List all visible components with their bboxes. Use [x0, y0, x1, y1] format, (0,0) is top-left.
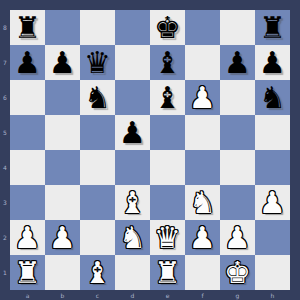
square-d4[interactable]: [115, 150, 150, 185]
piece-white-knight[interactable]: ♞: [115, 220, 150, 255]
piece-black-pawn[interactable]: ♟: [10, 45, 45, 80]
square-e5[interactable]: [150, 115, 185, 150]
rank-label-7: 7: [0, 45, 10, 80]
square-d1[interactable]: [115, 255, 150, 290]
square-g1[interactable]: ♚: [220, 255, 255, 290]
piece-black-knight[interactable]: ♞: [255, 80, 290, 115]
square-b1[interactable]: [45, 255, 80, 290]
piece-white-pawn[interactable]: ♟: [220, 220, 255, 255]
piece-white-rook[interactable]: ♜: [150, 255, 185, 290]
square-c3[interactable]: [80, 185, 115, 220]
chess-board: ♜♚♜♟♟♛♝♟♟♞♝♟♞♟♝♞♟♟♟♞♛♟♟♜♝♜♚: [10, 10, 290, 290]
square-f7[interactable]: [185, 45, 220, 80]
piece-white-rook[interactable]: ♜: [10, 255, 45, 290]
square-e7[interactable]: ♝: [150, 45, 185, 80]
square-e6[interactable]: ♝: [150, 80, 185, 115]
square-b8[interactable]: [45, 10, 80, 45]
square-h7[interactable]: ♟: [255, 45, 290, 80]
piece-white-queen[interactable]: ♛: [150, 220, 185, 255]
chess-board-frame: ♜♚♜♟♟♛♝♟♟♞♝♟♞♟♝♞♟♟♟♞♛♟♟♜♝♜♚ 87654321abcd…: [0, 0, 300, 300]
square-f2[interactable]: ♟: [185, 220, 220, 255]
piece-white-king[interactable]: ♚: [220, 255, 255, 290]
piece-black-pawn[interactable]: ♟: [220, 45, 255, 80]
square-b3[interactable]: [45, 185, 80, 220]
piece-black-bishop[interactable]: ♝: [150, 80, 185, 115]
piece-black-king[interactable]: ♚: [150, 10, 185, 45]
piece-white-pawn[interactable]: ♟: [185, 80, 220, 115]
file-label-b: b: [45, 290, 80, 300]
square-b5[interactable]: [45, 115, 80, 150]
piece-white-pawn[interactable]: ♟: [10, 220, 45, 255]
square-d7[interactable]: [115, 45, 150, 80]
square-d5[interactable]: ♟: [115, 115, 150, 150]
square-e8[interactable]: ♚: [150, 10, 185, 45]
rank-label-2: 2: [0, 220, 10, 255]
square-b2[interactable]: ♟: [45, 220, 80, 255]
square-b6[interactable]: [45, 80, 80, 115]
square-a4[interactable]: [10, 150, 45, 185]
square-c6[interactable]: ♞: [80, 80, 115, 115]
piece-black-rook[interactable]: ♜: [255, 10, 290, 45]
square-h2[interactable]: [255, 220, 290, 255]
square-a7[interactable]: ♟: [10, 45, 45, 80]
square-h1[interactable]: [255, 255, 290, 290]
file-label-d: d: [115, 290, 150, 300]
piece-white-bishop[interactable]: ♝: [80, 255, 115, 290]
file-label-h: h: [255, 290, 290, 300]
piece-white-bishop[interactable]: ♝: [115, 185, 150, 220]
square-d8[interactable]: [115, 10, 150, 45]
square-h8[interactable]: ♜: [255, 10, 290, 45]
rank-label-1: 1: [0, 255, 10, 290]
piece-black-rook[interactable]: ♜: [10, 10, 45, 45]
square-a6[interactable]: [10, 80, 45, 115]
square-g8[interactable]: [220, 10, 255, 45]
square-c5[interactable]: [80, 115, 115, 150]
piece-white-pawn[interactable]: ♟: [185, 220, 220, 255]
square-g2[interactable]: ♟: [220, 220, 255, 255]
square-f6[interactable]: ♟: [185, 80, 220, 115]
rank-label-4: 4: [0, 150, 10, 185]
square-a5[interactable]: [10, 115, 45, 150]
square-e4[interactable]: [150, 150, 185, 185]
square-c1[interactable]: ♝: [80, 255, 115, 290]
square-h6[interactable]: ♞: [255, 80, 290, 115]
square-g6[interactable]: [220, 80, 255, 115]
piece-black-knight[interactable]: ♞: [80, 80, 115, 115]
rank-label-3: 3: [0, 185, 10, 220]
square-f3[interactable]: ♞: [185, 185, 220, 220]
square-c2[interactable]: [80, 220, 115, 255]
square-e2[interactable]: ♛: [150, 220, 185, 255]
square-a1[interactable]: ♜: [10, 255, 45, 290]
piece-black-pawn[interactable]: ♟: [115, 115, 150, 150]
file-label-a: a: [10, 290, 45, 300]
square-c7[interactable]: ♛: [80, 45, 115, 80]
square-g4[interactable]: [220, 150, 255, 185]
rank-label-6: 6: [0, 80, 10, 115]
square-e3[interactable]: [150, 185, 185, 220]
file-label-c: c: [80, 290, 115, 300]
square-c4[interactable]: [80, 150, 115, 185]
square-b7[interactable]: ♟: [45, 45, 80, 80]
square-b4[interactable]: [45, 150, 80, 185]
square-d3[interactable]: ♝: [115, 185, 150, 220]
square-g3[interactable]: [220, 185, 255, 220]
rank-label-8: 8: [0, 10, 10, 45]
piece-white-pawn[interactable]: ♟: [45, 220, 80, 255]
square-f5[interactable]: [185, 115, 220, 150]
file-label-f: f: [185, 290, 220, 300]
square-g5[interactable]: [220, 115, 255, 150]
square-a2[interactable]: ♟: [10, 220, 45, 255]
square-e1[interactable]: ♜: [150, 255, 185, 290]
piece-white-pawn[interactable]: ♟: [255, 185, 290, 220]
square-a3[interactable]: [10, 185, 45, 220]
square-h4[interactable]: [255, 150, 290, 185]
piece-black-queen[interactable]: ♛: [80, 45, 115, 80]
rank-label-5: 5: [0, 115, 10, 150]
square-f1[interactable]: [185, 255, 220, 290]
square-c8[interactable]: [80, 10, 115, 45]
square-f4[interactable]: [185, 150, 220, 185]
piece-white-knight[interactable]: ♞: [185, 185, 220, 220]
square-a8[interactable]: ♜: [10, 10, 45, 45]
square-g7[interactable]: ♟: [220, 45, 255, 80]
piece-black-bishop[interactable]: ♝: [150, 45, 185, 80]
file-label-e: e: [150, 290, 185, 300]
square-d2[interactable]: ♞: [115, 220, 150, 255]
square-h3[interactable]: ♟: [255, 185, 290, 220]
file-label-g: g: [220, 290, 255, 300]
piece-black-pawn[interactable]: ♟: [255, 45, 290, 80]
square-h5[interactable]: [255, 115, 290, 150]
square-f8[interactable]: [185, 10, 220, 45]
square-d6[interactable]: [115, 80, 150, 115]
piece-black-pawn[interactable]: ♟: [45, 45, 80, 80]
